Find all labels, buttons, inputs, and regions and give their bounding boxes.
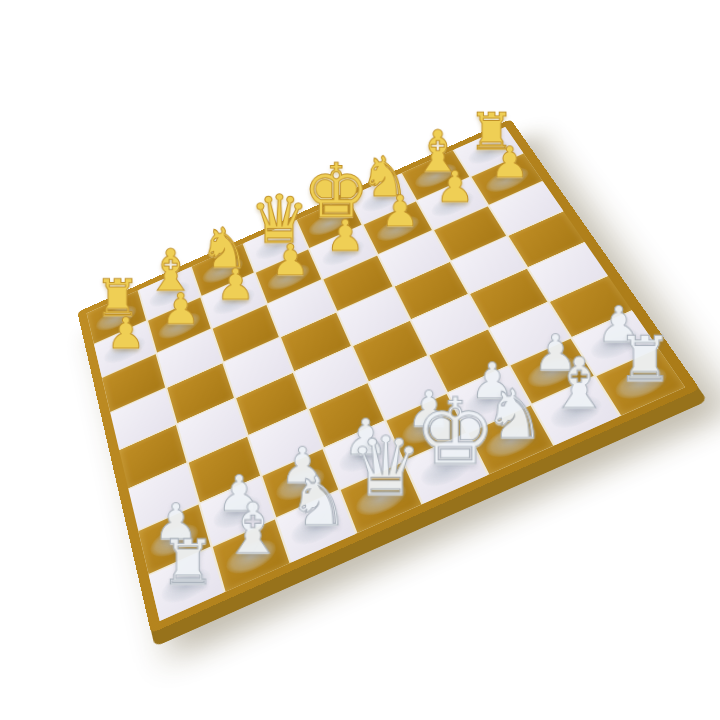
gold-pawn-d7[interactable]: ♟ [261,240,319,281]
clear-queen-d1[interactable]: ♛ [349,427,418,504]
clear-knight-f1[interactable]: ♞ [480,382,549,447]
clear-rook-a1[interactable]: ♜ [153,533,222,592]
gold-pawn-f7[interactable]: ♟ [371,192,429,233]
chess-board: ♜♝♞♛♚♞♝♜♟♟♟♟♟♟♟♟♟♟♟♟♟♟♟♟♜♝♞♛♚♞♝♜ [77,119,700,633]
clear-king-e1[interactable]: ♚ [414,389,483,476]
gold-pawn-c7[interactable]: ♟ [206,265,264,306]
gold-pawn-a7[interactable]: ♟ [97,314,155,355]
clear-bishop-g1[interactable]: ♝ [545,351,614,418]
clear-bishop-b1[interactable]: ♝ [218,496,287,563]
gold-pawn-h7[interactable]: ♟ [481,143,539,184]
clear-rook-h1[interactable]: ♜ [610,329,679,388]
gold-pawn-g7[interactable]: ♟ [426,167,484,208]
photo-background: ♜♝♞♛♚♞♝♜♟♟♟♟♟♟♟♟♟♟♟♟♟♟♟♟♜♝♞♛♚♞♝♜ [0,0,720,720]
clear-knight-c1[interactable]: ♞ [284,469,353,534]
gold-pawn-b7[interactable]: ♟ [152,289,210,330]
gold-pawn-e7[interactable]: ♟ [316,216,374,257]
board-grid: ♜♝♞♛♚♞♝♜♟♟♟♟♟♟♟♟♟♟♟♟♟♟♟♟♜♝♞♛♚♞♝♜ [87,127,685,621]
square-f4[interactable] [412,295,488,355]
